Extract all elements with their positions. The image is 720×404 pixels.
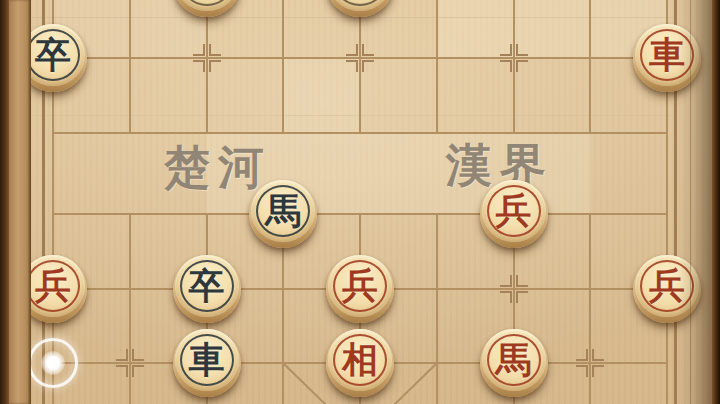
point-marker-corner [516,60,528,72]
wood-plank-seam [31,115,674,116]
point-marker-corner [362,60,374,72]
point-marker [343,41,377,75]
piece-face: 馬 [251,180,315,242]
piece-character: 卒 [189,267,225,303]
wood-plank-seam [31,17,674,18]
point-marker-corner [592,349,604,361]
board-layer: 卒車馬兵兵卒兵兵車相馬 [0,0,720,404]
board-left-bezel [0,0,9,404]
point-marker-corner [209,60,221,72]
piece-partial-piece-cut-off-left[interactable] [173,0,241,17]
point-marker-corner [116,349,128,361]
point-marker-corner [346,44,358,56]
point-marker-corner [116,365,128,377]
point-marker-corner [576,349,588,361]
grid-line-file-5 [436,0,438,133]
point-marker-corner [132,349,144,361]
piece-character: 兵 [342,267,378,303]
piece-face [175,0,239,11]
point-marker-corner [592,365,604,377]
grid-line-file-1 [129,0,131,133]
point-marker-corner [500,60,512,72]
point-marker-corner [516,275,528,287]
move-indicator-dot [41,351,65,375]
piece-red-soldier-a[interactable]: 兵 [480,180,548,248]
piece-face: 卒 [175,255,239,317]
piece-red-horse[interactable]: 馬 [480,329,548,397]
point-marker-corner [362,44,374,56]
point-marker [113,346,147,380]
piece-face: 相 [328,329,392,391]
grid-line-rank-5 [52,213,668,215]
point-marker-corner [193,44,205,56]
point-marker-corner [132,365,144,377]
point-marker [497,41,531,75]
grid-line-file-3 [282,0,284,133]
piece-black-horse[interactable]: 馬 [249,180,317,248]
point-marker-corner [500,291,512,303]
piece-face: 車 [175,329,239,391]
xiangqi-board[interactable]: 卒車馬兵兵卒兵兵車相馬 楚河 漢界 [0,0,720,404]
point-marker [497,272,531,306]
piece-partial-piece-cut-off-right[interactable] [326,0,394,17]
piece-character: 兵 [496,192,532,228]
river-label-han-jie: 漢界 [446,142,554,188]
board-right-bezel [712,0,720,404]
point-marker [190,41,224,75]
piece-face [328,0,392,11]
point-marker-corner [516,44,528,56]
piece-character: 相 [342,341,378,377]
point-marker-corner [346,60,358,72]
point-marker-corner [193,60,205,72]
grid-line-file-5 [436,214,438,404]
piece-face: 兵 [482,180,546,242]
grid-line-file-7 [589,0,591,133]
grid-line-rank-4 [52,132,668,134]
piece-character: 馬 [496,341,532,377]
piece-black-soldier-b[interactable]: 卒 [173,255,241,323]
piece-black-chariot[interactable]: 車 [173,329,241,397]
point-marker-corner [500,44,512,56]
piece-face: 兵 [328,255,392,317]
move-indicator [28,338,78,388]
piece-face: 馬 [482,329,546,391]
piece-red-elephant[interactable]: 相 [326,329,394,397]
river-label-chu-he: 楚河 [164,144,272,190]
point-marker-corner [209,44,221,56]
point-marker-corner [576,365,588,377]
board-left-edge-wood [9,0,31,404]
point-marker-corner [516,291,528,303]
piece-red-soldier-c[interactable]: 兵 [326,255,394,323]
board-right-edge-shading [678,0,712,404]
point-marker [573,346,607,380]
piece-character: 車 [189,341,225,377]
piece-character: 馬 [265,192,301,228]
point-marker-corner [500,275,512,287]
board-right-edge-seam [690,0,691,404]
piece-character: 卒 [35,36,71,72]
piece-character: 兵 [35,267,71,303]
